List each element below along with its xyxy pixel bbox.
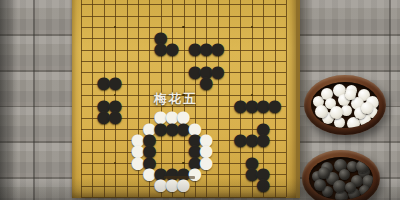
black-stone[interactable]: ● — [200, 78, 212, 90]
bowl-black-stone — [345, 182, 356, 193]
grid-line — [81, 197, 286, 198]
grid-line — [127, 0, 128, 197]
white-stone-bowl[interactable] — [304, 75, 386, 135]
black-stone[interactable]: ● — [166, 44, 178, 56]
plank-seam — [389, 0, 391, 200]
black-stone-bowl[interactable] — [302, 150, 380, 200]
video-frame: ●●●●●●●●●●●●●●●●●●●●●●●●●●●●●●●●●●●●●●●●… — [0, 0, 400, 200]
grid-line — [81, 0, 82, 197]
bowl-black-stone — [356, 160, 369, 173]
black-stone[interactable]: ● — [269, 100, 281, 112]
plank-seam — [33, 0, 35, 200]
black-stone[interactable]: ● — [257, 180, 269, 192]
black-stone-bowl-contents — [309, 157, 373, 200]
black-stone[interactable]: ● — [109, 78, 121, 90]
shape-label: 梅花五 — [146, 91, 206, 108]
board-print-mark — [164, 176, 195, 179]
black-stone[interactable]: ● — [212, 44, 224, 56]
bowl-white-stone — [361, 102, 373, 114]
white-stone[interactable]: ● — [178, 180, 190, 192]
bowl-black-stone — [359, 185, 370, 196]
grid-line — [229, 0, 230, 197]
black-stone[interactable]: ● — [109, 112, 121, 124]
white-stone-bowl-contents — [311, 82, 379, 128]
bowl-black-stone — [318, 167, 330, 179]
bowl-black-stone — [314, 179, 326, 191]
bowl-white-stone — [345, 89, 356, 100]
bowl-black-stone — [339, 169, 350, 180]
black-stone[interactable]: ● — [257, 134, 269, 146]
bowl-white-stone — [330, 106, 343, 119]
grid-line — [286, 0, 287, 197]
grid-line — [218, 0, 219, 197]
grid-line — [92, 0, 93, 197]
